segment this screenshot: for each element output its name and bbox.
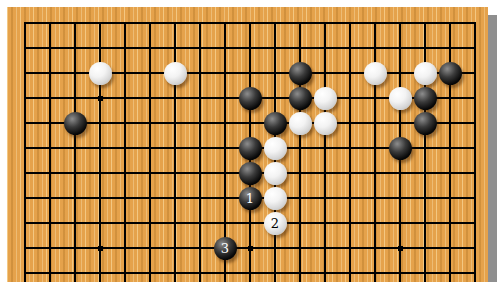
- star-point: [98, 246, 103, 251]
- stone-black: [289, 87, 312, 110]
- stone-black: [239, 137, 262, 160]
- grid-line-vertical: [49, 22, 51, 282]
- stone-white: [289, 112, 312, 135]
- stone-white: [314, 87, 337, 110]
- stone-white: [414, 62, 437, 85]
- stone-black: [239, 162, 262, 185]
- grid-line-horizontal: [24, 47, 476, 49]
- stone-black: [414, 87, 437, 110]
- stone-black: [439, 62, 462, 85]
- go-diagram-page: 123: [0, 0, 500, 282]
- stone-white: [164, 62, 187, 85]
- stone-black: [264, 112, 287, 135]
- stone-white: [314, 112, 337, 135]
- star-point: [98, 96, 103, 101]
- move-number-label: 2: [271, 212, 279, 235]
- stone-black: [239, 87, 262, 110]
- move-number-label: 1: [246, 187, 254, 210]
- board-drop-shadow: [488, 15, 497, 282]
- grid-line-horizontal: [24, 22, 476, 24]
- stone-white: [389, 87, 412, 110]
- grid-line-vertical: [124, 22, 126, 282]
- stone-white-move-2: 2: [264, 212, 287, 235]
- grid-line-vertical: [474, 22, 476, 282]
- stone-white: [264, 187, 287, 210]
- grid-line-vertical: [349, 22, 351, 282]
- stone-white: [89, 62, 112, 85]
- go-board[interactable]: 123: [7, 7, 488, 282]
- grid-line-vertical: [324, 22, 326, 282]
- stone-white: [264, 162, 287, 185]
- grid-line-horizontal: [24, 222, 476, 224]
- move-number-label: 3: [221, 237, 229, 260]
- grid-line-horizontal: [24, 122, 476, 124]
- stone-black: [389, 137, 412, 160]
- stone-white: [264, 137, 287, 160]
- stone-black-move-1: 1: [239, 187, 262, 210]
- star-point: [248, 246, 253, 251]
- star-point: [398, 246, 403, 251]
- grid-line-horizontal: [24, 272, 476, 274]
- stone-black: [64, 112, 87, 135]
- grid-line-vertical: [74, 22, 76, 282]
- stone-white: [364, 62, 387, 85]
- grid-line-vertical: [24, 22, 26, 282]
- grid-line-vertical: [199, 22, 201, 282]
- grid-line-vertical: [149, 22, 151, 282]
- stone-black: [289, 62, 312, 85]
- stone-black-move-3: 3: [214, 237, 237, 260]
- stone-black: [414, 112, 437, 135]
